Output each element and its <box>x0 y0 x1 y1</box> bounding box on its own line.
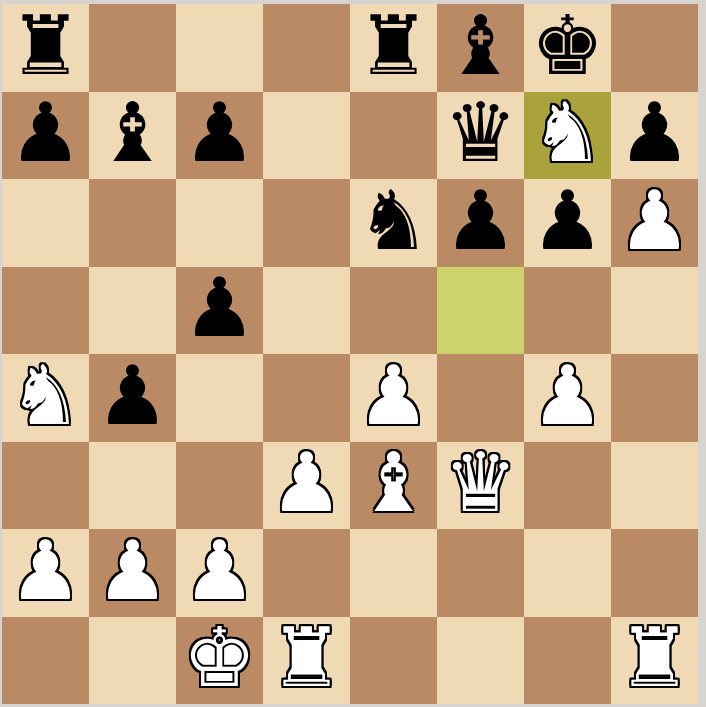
square-e6[interactable]: ♞ <box>350 179 437 267</box>
black-pawn-piece[interactable]: ♟ <box>9 92 83 174</box>
white-bishop-piece[interactable]: ♝ <box>357 442 431 524</box>
white-rook-piece[interactable]: ♜ <box>618 617 692 699</box>
square-b8[interactable] <box>89 4 176 92</box>
square-d7[interactable] <box>263 92 350 180</box>
black-knight-piece[interactable]: ♞ <box>357 180 431 262</box>
square-h5[interactable] <box>611 267 698 355</box>
square-d5[interactable] <box>263 267 350 355</box>
square-g5[interactable] <box>524 267 611 355</box>
square-f4[interactable] <box>437 354 524 442</box>
square-d1[interactable]: ♜ <box>263 617 350 705</box>
square-h4[interactable] <box>611 354 698 442</box>
square-b2[interactable]: ♟ <box>89 529 176 617</box>
square-h6[interactable]: ♟ <box>611 179 698 267</box>
chess-board: ♜♜♝♚♟♝♟♛♞♟♞♟♟♟♟♞♟♟♟♟♝♛♟♟♟♚♜♜ <box>2 4 698 704</box>
square-b4[interactable]: ♟ <box>89 354 176 442</box>
black-rook-piece[interactable]: ♜ <box>9 5 83 87</box>
square-d2[interactable] <box>263 529 350 617</box>
square-f2[interactable] <box>437 529 524 617</box>
square-g1[interactable] <box>524 617 611 705</box>
square-d4[interactable] <box>263 354 350 442</box>
square-h7[interactable]: ♟ <box>611 92 698 180</box>
square-a7[interactable]: ♟ <box>2 92 89 180</box>
square-f6[interactable]: ♟ <box>437 179 524 267</box>
square-a1[interactable] <box>2 617 89 705</box>
square-g3[interactable] <box>524 442 611 530</box>
square-a6[interactable] <box>2 179 89 267</box>
square-a4[interactable]: ♞ <box>2 354 89 442</box>
square-e3[interactable]: ♝ <box>350 442 437 530</box>
square-b1[interactable] <box>89 617 176 705</box>
square-e4[interactable]: ♟ <box>350 354 437 442</box>
white-pawn-piece[interactable]: ♟ <box>183 530 257 612</box>
square-g6[interactable]: ♟ <box>524 179 611 267</box>
square-a3[interactable] <box>2 442 89 530</box>
square-c7[interactable]: ♟ <box>176 92 263 180</box>
square-e7[interactable] <box>350 92 437 180</box>
square-h8[interactable] <box>611 4 698 92</box>
white-knight-piece[interactable]: ♞ <box>531 92 605 174</box>
square-f8[interactable]: ♝ <box>437 4 524 92</box>
white-pawn-piece[interactable]: ♟ <box>357 355 431 437</box>
square-g7[interactable]: ♞ <box>524 92 611 180</box>
square-g2[interactable] <box>524 529 611 617</box>
square-d6[interactable] <box>263 179 350 267</box>
white-rook-piece[interactable]: ♜ <box>270 617 344 699</box>
square-f3[interactable]: ♛ <box>437 442 524 530</box>
black-pawn-piece[interactable]: ♟ <box>96 355 170 437</box>
square-f7[interactable]: ♛ <box>437 92 524 180</box>
square-g4[interactable]: ♟ <box>524 354 611 442</box>
white-queen-piece[interactable]: ♛ <box>444 442 518 524</box>
white-pawn-piece[interactable]: ♟ <box>9 530 83 612</box>
square-b6[interactable] <box>89 179 176 267</box>
square-c2[interactable]: ♟ <box>176 529 263 617</box>
square-d8[interactable] <box>263 4 350 92</box>
black-rook-piece[interactable]: ♜ <box>357 5 431 87</box>
page-background: ♜♜♝♚♟♝♟♛♞♟♞♟♟♟♟♞♟♟♟♟♝♛♟♟♟♚♜♜ <box>0 0 706 707</box>
white-pawn-piece[interactable]: ♟ <box>531 355 605 437</box>
square-d3[interactable]: ♟ <box>263 442 350 530</box>
square-b5[interactable] <box>89 267 176 355</box>
white-pawn-piece[interactable]: ♟ <box>618 180 692 262</box>
square-e5[interactable] <box>350 267 437 355</box>
black-pawn-piece[interactable]: ♟ <box>183 267 257 349</box>
white-pawn-piece[interactable]: ♟ <box>96 530 170 612</box>
square-h2[interactable] <box>611 529 698 617</box>
square-e8[interactable]: ♜ <box>350 4 437 92</box>
white-knight-piece[interactable]: ♞ <box>9 355 83 437</box>
black-queen-piece[interactable]: ♛ <box>444 92 518 174</box>
square-b3[interactable] <box>89 442 176 530</box>
black-bishop-piece[interactable]: ♝ <box>96 92 170 174</box>
square-c5[interactable]: ♟ <box>176 267 263 355</box>
black-bishop-piece[interactable]: ♝ <box>444 5 518 87</box>
square-c8[interactable] <box>176 4 263 92</box>
black-pawn-piece[interactable]: ♟ <box>183 92 257 174</box>
square-e1[interactable] <box>350 617 437 705</box>
white-king-piece[interactable]: ♚ <box>183 617 257 699</box>
square-h1[interactable]: ♜ <box>611 617 698 705</box>
square-c6[interactable] <box>176 179 263 267</box>
square-f5[interactable] <box>437 267 524 355</box>
square-c4[interactable] <box>176 354 263 442</box>
black-pawn-piece[interactable]: ♟ <box>618 92 692 174</box>
square-g8[interactable]: ♚ <box>524 4 611 92</box>
square-h3[interactable] <box>611 442 698 530</box>
square-a8[interactable]: ♜ <box>2 4 89 92</box>
square-c1[interactable]: ♚ <box>176 617 263 705</box>
black-king-piece[interactable]: ♚ <box>531 5 605 87</box>
square-b7[interactable]: ♝ <box>89 92 176 180</box>
square-a2[interactable]: ♟ <box>2 529 89 617</box>
black-pawn-piece[interactable]: ♟ <box>531 180 605 262</box>
white-pawn-piece[interactable]: ♟ <box>270 442 344 524</box>
black-pawn-piece[interactable]: ♟ <box>444 180 518 262</box>
square-e2[interactable] <box>350 529 437 617</box>
square-f1[interactable] <box>437 617 524 705</box>
square-a5[interactable] <box>2 267 89 355</box>
square-c3[interactable] <box>176 442 263 530</box>
